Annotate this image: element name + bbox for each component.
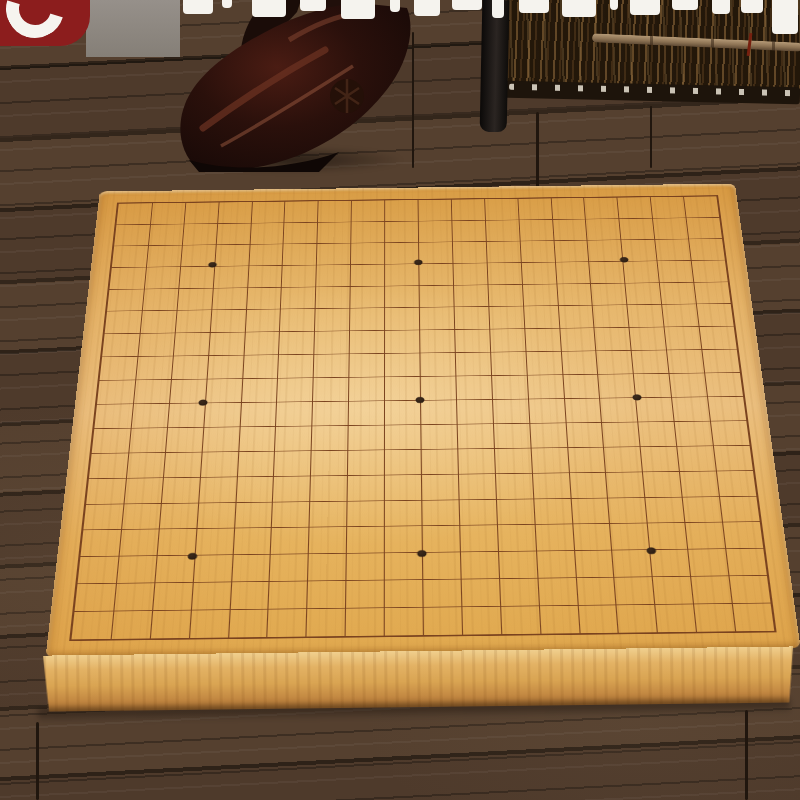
star-point [199,400,208,406]
banner-text-fragment [452,0,482,10]
board-perspective [46,184,800,658]
star-point [188,553,198,560]
banner-text-fragment [390,0,400,12]
star-point [619,257,628,263]
banner-text-fragment [492,0,504,18]
go-board [0,0,800,800]
scene [0,0,800,800]
hoshi-layer [69,195,776,641]
banner-text-fragment [300,0,326,11]
banner-text-fragment [610,0,618,10]
board-surface [46,184,800,658]
banner-text-fragment [519,0,549,13]
banner-text-fragment [414,0,440,16]
banner-text-fragment [741,0,763,13]
banner-text-fragment [183,0,213,14]
banner-text-fragment [222,0,232,8]
star-point [208,262,217,268]
banner-text-fragment [630,0,660,15]
star-point [415,397,424,403]
cutoff-caption-band [0,0,800,40]
star-point [632,394,642,400]
banner-text-fragment [672,0,698,10]
star-point [414,260,423,266]
star-point [417,550,427,557]
banner-text-fragment [252,0,286,17]
banner-text-fragment [772,0,798,34]
banner-text-fragment [712,0,730,14]
star-point [646,547,656,554]
banner-text-fragment [341,0,375,19]
banner-text-fragment [562,0,596,17]
